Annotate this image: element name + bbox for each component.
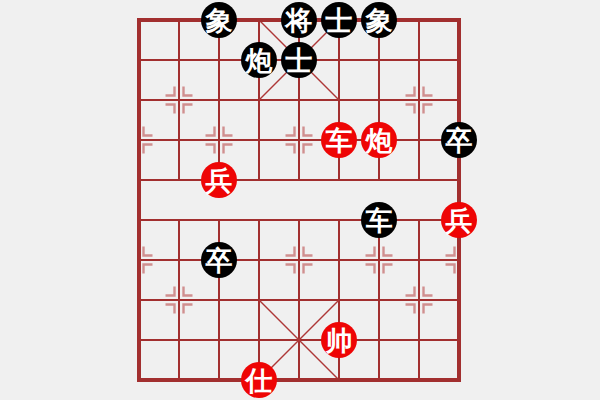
piece-black-advisor[interactable]: 士: [281, 42, 317, 78]
piece-red-general[interactable]: 帅: [321, 322, 357, 358]
piece-black-elephant[interactable]: 象: [361, 2, 397, 38]
piece-red-chariot[interactable]: 车: [321, 122, 357, 158]
piece-black-general[interactable]: 将: [281, 2, 317, 38]
piece-black-chariot[interactable]: 车: [361, 202, 397, 238]
xiangqi-board-stage: 象将士象炮士车炮卒兵车兵卒帅仕: [0, 0, 600, 400]
piece-black-advisor[interactable]: 士: [321, 2, 357, 38]
piece-black-elephant[interactable]: 象: [201, 2, 237, 38]
piece-black-cannon[interactable]: 炮: [241, 42, 277, 78]
piece-black-soldier[interactable]: 卒: [441, 122, 477, 158]
piece-black-soldier[interactable]: 卒: [201, 242, 237, 278]
piece-red-advisor[interactable]: 仕: [241, 362, 277, 398]
piece-red-soldier[interactable]: 兵: [201, 162, 237, 198]
piece-red-cannon[interactable]: 炮: [361, 122, 397, 158]
piece-red-soldier[interactable]: 兵: [441, 202, 477, 238]
